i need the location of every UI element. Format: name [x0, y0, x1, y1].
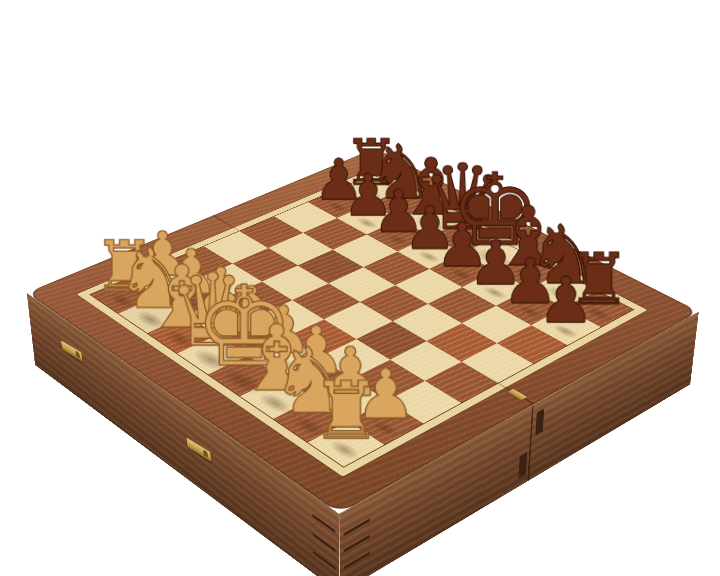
chess-piece-glyph: ♟	[538, 269, 595, 332]
fold-seam-side	[527, 406, 533, 481]
board-top-face: ♜♞♝♛♚♝♞♜♟♟♟♟♟♟♟♟♜♞♝♛♚♝♞♜♟♟♟♟♟♟♟♟	[27, 148, 699, 513]
finger-joint	[518, 452, 527, 479]
brass-hinge-icon	[507, 389, 527, 401]
brass-clasp-icon	[61, 340, 83, 362]
product-photo-scene: ♜♞♝♛♚♝♞♜♟♟♟♟♟♟♟♟♜♞♝♛♚♝♞♜♟♟♟♟♟♟♟♟	[0, 0, 720, 576]
brass-clasp-icon	[186, 437, 211, 462]
chess-piece-glyph: ♜	[311, 371, 382, 450]
finger-joint	[343, 518, 369, 536]
folding-chess-box: ♜♞♝♛♚♝♞♜♟♟♟♟♟♟♟♟♜♞♝♛♚♝♞♜♟♟♟♟♟♟♟♟	[27, 148, 699, 513]
finger-joint	[344, 552, 370, 570]
finger-joint	[312, 514, 335, 533]
finger-joint	[344, 535, 370, 553]
finger-joint	[313, 551, 336, 570]
finger-joint	[535, 409, 544, 436]
finger-joint	[313, 533, 336, 552]
